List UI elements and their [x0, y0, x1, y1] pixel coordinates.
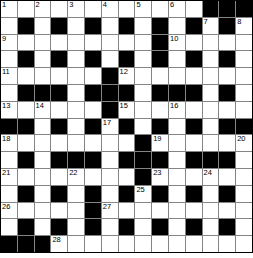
black-cell: [35, 236, 51, 252]
grid-cell[interactable]: [18, 169, 34, 185]
grid-cell[interactable]: [68, 18, 84, 34]
grid-cell[interactable]: [169, 119, 185, 135]
black-cell: [236, 1, 252, 17]
grid-cell[interactable]: [203, 135, 219, 151]
grid-cell[interactable]: [203, 119, 219, 135]
crossword-page: 1234567891011121314151617181920212223242…: [0, 0, 253, 258]
grid-cell[interactable]: [51, 35, 67, 51]
grid-cell[interactable]: 21: [1, 169, 17, 185]
black-cell: [219, 51, 235, 67]
grid-cell[interactable]: [236, 203, 252, 219]
grid-cell[interactable]: 9: [1, 35, 17, 51]
grid-cell[interactable]: [85, 102, 101, 118]
grid-cell[interactable]: [51, 135, 67, 151]
black-cell: [152, 219, 168, 235]
grid-cell[interactable]: [169, 169, 185, 185]
black-cell: [51, 119, 67, 135]
black-cell: [1, 236, 17, 252]
black-cell: [219, 18, 235, 34]
grid-cell[interactable]: [119, 169, 135, 185]
black-cell: [18, 51, 34, 67]
grid-cell[interactable]: 17: [102, 119, 118, 135]
clue-number: 2: [36, 1, 40, 9]
grid-cell[interactable]: [68, 85, 84, 101]
black-cell: [219, 219, 235, 235]
clue-number: 4: [103, 1, 107, 9]
grid-cell[interactable]: [1, 186, 17, 202]
grid-cell[interactable]: [35, 68, 51, 84]
black-cell: [186, 18, 202, 34]
grid-cell[interactable]: [35, 169, 51, 185]
black-cell: [119, 186, 135, 202]
grid-cell[interactable]: [135, 203, 151, 219]
black-cell: [85, 85, 101, 101]
grid-cell[interactable]: [236, 152, 252, 168]
grid-cell[interactable]: [102, 169, 118, 185]
clue-number: 22: [69, 169, 77, 177]
grid-cell[interactable]: [102, 35, 118, 51]
grid-cell[interactable]: [135, 51, 151, 67]
black-cell: [18, 219, 34, 235]
grid-cell[interactable]: [169, 135, 185, 151]
grid-cell[interactable]: [35, 119, 51, 135]
grid-cell[interactable]: [152, 102, 168, 118]
grid-cell[interactable]: 3: [68, 1, 84, 17]
grid-cell[interactable]: [68, 68, 84, 84]
black-cell: [152, 18, 168, 34]
grid-cell[interactable]: 1: [1, 1, 17, 17]
grid-cell[interactable]: [68, 186, 84, 202]
grid-cell[interactable]: [35, 18, 51, 34]
grid-cell[interactable]: [1, 51, 17, 67]
grid-cell[interactable]: 11: [1, 68, 17, 84]
grid-cell[interactable]: 4: [102, 1, 118, 17]
clue-number: 3: [69, 1, 73, 9]
black-cell: [186, 186, 202, 202]
black-cell: [119, 219, 135, 235]
grid-cell[interactable]: [135, 219, 151, 235]
grid-cell[interactable]: [152, 236, 168, 252]
grid-cell[interactable]: [203, 236, 219, 252]
clue-number: 28: [52, 236, 60, 244]
grid-cell[interactable]: [135, 35, 151, 51]
grid-cell[interactable]: 15: [119, 102, 135, 118]
grid-cell[interactable]: [18, 135, 34, 151]
grid-cell[interactable]: [85, 68, 101, 84]
grid-cell[interactable]: [169, 51, 185, 67]
grid-cell[interactable]: [203, 203, 219, 219]
grid-cell[interactable]: 22: [68, 169, 84, 185]
grid-cell[interactable]: [135, 68, 151, 84]
black-cell: [102, 102, 118, 118]
black-cell: [152, 35, 168, 51]
grid-cell[interactable]: [236, 85, 252, 101]
grid-cell[interactable]: [169, 152, 185, 168]
black-cell: [135, 152, 151, 168]
crossword-grid: 1234567891011121314151617181920212223242…: [0, 0, 253, 253]
black-cell: [18, 119, 34, 135]
grid-cell[interactable]: [68, 35, 84, 51]
grid-cell[interactable]: [18, 35, 34, 51]
grid-cell[interactable]: [219, 236, 235, 252]
grid-cell[interactable]: [219, 68, 235, 84]
black-cell: [85, 152, 101, 168]
grid-cell[interactable]: [119, 35, 135, 51]
grid-cell[interactable]: [102, 186, 118, 202]
grid-cell[interactable]: [18, 68, 34, 84]
grid-cell[interactable]: [1, 85, 17, 101]
grid-cell[interactable]: [85, 169, 101, 185]
black-cell: [135, 135, 151, 151]
clue-number: 25: [136, 186, 144, 194]
clue-number: 16: [170, 102, 178, 110]
black-cell: [219, 1, 235, 17]
black-cell: [102, 68, 118, 84]
grid-cell[interactable]: [18, 102, 34, 118]
black-cell: [51, 85, 67, 101]
clue-number: 10: [170, 35, 178, 43]
black-cell: [152, 51, 168, 67]
black-cell: [18, 236, 34, 252]
black-cell: [152, 186, 168, 202]
black-cell: [152, 119, 168, 135]
black-cell: [85, 51, 101, 67]
grid-cell[interactable]: [102, 219, 118, 235]
black-cell: [85, 119, 101, 135]
grid-cell[interactable]: [219, 35, 235, 51]
black-cell: [169, 85, 185, 101]
grid-cell[interactable]: [186, 68, 202, 84]
black-cell: [119, 152, 135, 168]
grid-cell[interactable]: [102, 236, 118, 252]
grid-cell[interactable]: [35, 203, 51, 219]
grid-cell[interactable]: [1, 152, 17, 168]
black-cell: [51, 18, 67, 34]
grid-cell[interactable]: [152, 1, 168, 17]
grid-cell[interactable]: [219, 102, 235, 118]
grid-cell[interactable]: 13: [1, 102, 17, 118]
grid-cell[interactable]: [186, 203, 202, 219]
black-cell: [18, 18, 34, 34]
black-cell: [152, 85, 168, 101]
grid-cell[interactable]: [119, 236, 135, 252]
grid-cell[interactable]: 18: [1, 135, 17, 151]
grid-cell[interactable]: [68, 236, 84, 252]
grid-cell[interactable]: 28: [51, 236, 67, 252]
grid-cell[interactable]: [186, 35, 202, 51]
grid-cell[interactable]: [203, 102, 219, 118]
clue-number: 21: [2, 169, 10, 177]
grid-cell[interactable]: [169, 236, 185, 252]
grid-cell[interactable]: [102, 135, 118, 151]
grid-cell[interactable]: 16: [169, 102, 185, 118]
black-cell: [102, 85, 118, 101]
grid-cell[interactable]: [236, 68, 252, 84]
clue-number: 11: [2, 68, 10, 76]
black-cell: [119, 85, 135, 101]
clue-number: 7: [204, 18, 208, 26]
grid-cell[interactable]: [1, 18, 17, 34]
grid-cell[interactable]: [236, 102, 252, 118]
grid-cell[interactable]: [85, 135, 101, 151]
clue-number: 8: [237, 18, 241, 26]
black-cell: [18, 85, 34, 101]
grid-cell[interactable]: [236, 51, 252, 67]
grid-cell[interactable]: [51, 102, 67, 118]
grid-cell[interactable]: [68, 102, 84, 118]
black-cell: [119, 18, 135, 34]
black-cell: [186, 219, 202, 235]
black-cell: [51, 186, 67, 202]
grid-cell[interactable]: 14: [35, 102, 51, 118]
grid-cell[interactable]: 8: [236, 18, 252, 34]
grid-cell[interactable]: [219, 203, 235, 219]
grid-cell[interactable]: [135, 236, 151, 252]
clue-number: 24: [204, 169, 212, 177]
grid-cell[interactable]: [236, 35, 252, 51]
grid-cell[interactable]: [18, 203, 34, 219]
grid-cell[interactable]: [51, 203, 67, 219]
grid-cell[interactable]: 25: [135, 186, 151, 202]
grid-cell[interactable]: [169, 68, 185, 84]
grid-cell[interactable]: [236, 236, 252, 252]
black-cell: [85, 18, 101, 34]
black-cell: [219, 119, 235, 135]
black-cell: [152, 152, 168, 168]
grid-cell[interactable]: [203, 186, 219, 202]
grid-cell[interactable]: [51, 1, 67, 17]
black-cell: [186, 51, 202, 67]
grid-cell[interactable]: [169, 18, 185, 34]
grid-cell[interactable]: [85, 1, 101, 17]
grid-cell[interactable]: [135, 102, 151, 118]
grid-cell[interactable]: [102, 51, 118, 67]
black-cell: [219, 85, 235, 101]
grid-cell[interactable]: [169, 219, 185, 235]
grid-cell[interactable]: 7: [203, 18, 219, 34]
grid-cell[interactable]: [236, 219, 252, 235]
grid-cell[interactable]: [68, 51, 84, 67]
clue-number: 17: [103, 119, 111, 127]
black-cell: [18, 186, 34, 202]
grid-cell[interactable]: [169, 186, 185, 202]
grid-cell[interactable]: [51, 68, 67, 84]
grid-cell[interactable]: [68, 203, 84, 219]
grid-cell[interactable]: [102, 152, 118, 168]
black-cell: [85, 203, 101, 219]
grid-cell[interactable]: [152, 203, 168, 219]
black-cell: [119, 119, 135, 135]
grid-cell[interactable]: 24: [203, 169, 219, 185]
grid-cell[interactable]: 10: [169, 35, 185, 51]
grid-cell[interactable]: [152, 68, 168, 84]
clue-number: 18: [2, 135, 10, 143]
grid-cell[interactable]: [35, 51, 51, 67]
black-cell: [51, 51, 67, 67]
black-cell: [219, 152, 235, 168]
grid-cell[interactable]: [35, 219, 51, 235]
black-cell: [85, 219, 101, 235]
grid-cell[interactable]: [102, 18, 118, 34]
grid-cell[interactable]: 27: [102, 203, 118, 219]
black-cell: [35, 85, 51, 101]
grid-cell[interactable]: [186, 236, 202, 252]
grid-cell[interactable]: [35, 186, 51, 202]
clue-number: 19: [153, 135, 161, 143]
grid-cell[interactable]: [85, 236, 101, 252]
grid-cell[interactable]: [85, 35, 101, 51]
grid-cell[interactable]: [219, 135, 235, 151]
grid-cell[interactable]: 6: [169, 1, 185, 17]
grid-cell[interactable]: [68, 219, 84, 235]
grid-cell[interactable]: [236, 169, 252, 185]
clue-number: 6: [170, 1, 174, 9]
grid-cell[interactable]: [186, 1, 202, 17]
clue-number: 15: [120, 102, 128, 110]
grid-cell[interactable]: [135, 18, 151, 34]
grid-cell[interactable]: [119, 135, 135, 151]
grid-cell[interactable]: [169, 203, 185, 219]
clue-number: 5: [136, 1, 140, 9]
grid-cell[interactable]: [236, 186, 252, 202]
grid-cell[interactable]: [203, 219, 219, 235]
grid-cell[interactable]: [68, 135, 84, 151]
clue-number: 13: [2, 102, 10, 110]
black-cell: [203, 1, 219, 17]
grid-cell[interactable]: [186, 135, 202, 151]
black-cell: [186, 119, 202, 135]
grid-cell[interactable]: [68, 119, 84, 135]
clue-number: 1: [2, 1, 6, 9]
black-cell: [186, 152, 202, 168]
grid-cell[interactable]: [135, 85, 151, 101]
clue-number: 12: [120, 68, 128, 76]
grid-cell[interactable]: [135, 119, 151, 135]
grid-cell[interactable]: [1, 219, 17, 235]
grid-cell[interactable]: [51, 169, 67, 185]
clue-number: 26: [2, 203, 10, 211]
grid-cell[interactable]: [186, 102, 202, 118]
grid-cell[interactable]: [186, 169, 202, 185]
grid-cell[interactable]: [203, 85, 219, 101]
black-cell: [51, 152, 67, 168]
black-cell: [219, 186, 235, 202]
clue-number: 20: [237, 135, 245, 143]
grid-cell[interactable]: [18, 1, 34, 17]
grid-cell[interactable]: 26: [1, 203, 17, 219]
black-cell: [119, 51, 135, 67]
black-cell: [135, 169, 151, 185]
black-cell: [1, 119, 17, 135]
grid-cell[interactable]: 19: [152, 135, 168, 151]
black-cell: [186, 85, 202, 101]
grid-cell[interactable]: [35, 35, 51, 51]
grid-cell[interactable]: [203, 68, 219, 84]
grid-cell[interactable]: 20: [236, 135, 252, 151]
grid-cell[interactable]: [35, 152, 51, 168]
grid-cell[interactable]: [203, 51, 219, 67]
clue-number: 14: [36, 102, 44, 110]
black-cell: [68, 152, 84, 168]
clue-number: 23: [153, 169, 161, 177]
clue-number: 9: [2, 35, 6, 43]
grid-cell[interactable]: 23: [152, 169, 168, 185]
grid-cell[interactable]: 5: [135, 1, 151, 17]
grid-cell[interactable]: [35, 135, 51, 151]
clue-number: 27: [103, 203, 111, 211]
black-cell: [18, 152, 34, 168]
black-cell: [203, 152, 219, 168]
grid-cell[interactable]: [119, 203, 135, 219]
grid-cell[interactable]: 2: [35, 1, 51, 17]
grid-cell[interactable]: [203, 35, 219, 51]
grid-cell[interactable]: [119, 1, 135, 17]
black-cell: [51, 219, 67, 235]
black-cell: [85, 186, 101, 202]
grid-cell[interactable]: [219, 169, 235, 185]
grid-cell[interactable]: 12: [119, 68, 135, 84]
black-cell: [236, 119, 252, 135]
